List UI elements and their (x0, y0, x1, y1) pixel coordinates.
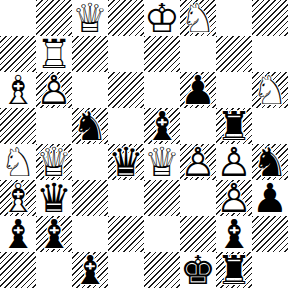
white-n-halo: ♞ (180, 0, 216, 36)
square-c7[interactable] (72, 36, 108, 72)
white-b-halo: ♝ (0, 180, 36, 216)
square-g7[interactable] (216, 36, 252, 72)
square-d2[interactable] (108, 216, 144, 252)
square-a1[interactable] (0, 252, 36, 288)
white-p-halo: ♟ (216, 180, 252, 216)
white-p-halo: ♟ (36, 72, 72, 108)
black-piece-rook-icon[interactable]: ♜ (216, 252, 252, 288)
square-d3[interactable] (108, 180, 144, 216)
black-piece-king-icon[interactable]: ♚ (180, 252, 216, 288)
square-a4[interactable]: ♞♘ (0, 144, 36, 180)
square-e7[interactable] (144, 36, 180, 72)
square-h4[interactable]: ♞♞ (252, 144, 288, 180)
white-n-halo: ♞ (0, 144, 36, 180)
white-r-halo: ♜ (36, 36, 72, 72)
black-b-halo: ♝ (144, 108, 180, 144)
square-a5[interactable] (0, 108, 36, 144)
black-piece-queen-icon[interactable]: ♛ (108, 144, 144, 180)
black-piece-pawn-icon[interactable]: ♟ (252, 180, 288, 216)
black-r-halo: ♜ (216, 252, 252, 288)
black-piece-queen-icon[interactable]: ♛ (36, 180, 72, 216)
square-c5[interactable]: ♞♞ (72, 108, 108, 144)
square-b4[interactable]: ♛♕ (36, 144, 72, 180)
black-piece-pawn-icon[interactable]: ♟ (180, 72, 216, 108)
square-d8[interactable] (108, 0, 144, 36)
square-g4[interactable]: ♟♙ (216, 144, 252, 180)
square-b7[interactable]: ♜♖ (36, 36, 72, 72)
square-b6[interactable]: ♟♙ (36, 72, 72, 108)
chess-board: ♛♕♚♔♞♘♜♖♝♗♟♙♟♟♞♘♞♞♝♝♜♜♞♘♛♕♛♛♛♕♟♙♟♙♞♞♝♗♛♛… (0, 0, 288, 288)
square-f5[interactable] (180, 108, 216, 144)
square-f1[interactable]: ♚♚ (180, 252, 216, 288)
white-piece-bishop-icon[interactable]: ♗ (0, 180, 36, 216)
white-b-halo: ♝ (0, 72, 36, 108)
white-n-halo: ♞ (252, 72, 288, 108)
white-piece-queen-icon[interactable]: ♕ (36, 144, 72, 180)
white-p-halo: ♟ (216, 144, 252, 180)
square-g8[interactable] (216, 0, 252, 36)
square-g6[interactable] (216, 72, 252, 108)
black-k-halo: ♚ (180, 252, 216, 288)
black-p-halo: ♟ (252, 180, 288, 216)
black-piece-knight-icon[interactable]: ♞ (252, 144, 288, 180)
square-f8[interactable]: ♞♘ (180, 0, 216, 36)
white-piece-queen-icon[interactable]: ♕ (144, 144, 180, 180)
white-piece-queen-icon[interactable]: ♕ (72, 0, 108, 36)
square-c4[interactable] (72, 144, 108, 180)
white-piece-knight-icon[interactable]: ♘ (180, 0, 216, 36)
black-b-halo: ♝ (0, 216, 36, 252)
black-b-halo: ♝ (36, 216, 72, 252)
square-h3[interactable]: ♟♟ (252, 180, 288, 216)
white-piece-pawn-icon[interactable]: ♙ (180, 144, 216, 180)
black-piece-rook-icon[interactable]: ♜ (216, 108, 252, 144)
square-h7[interactable] (252, 36, 288, 72)
square-e3[interactable] (144, 180, 180, 216)
white-k-halo: ♚ (144, 0, 180, 36)
white-piece-king-icon[interactable]: ♔ (144, 0, 180, 36)
white-piece-knight-icon[interactable]: ♘ (0, 144, 36, 180)
square-f2[interactable] (180, 216, 216, 252)
square-a7[interactable] (0, 36, 36, 72)
white-piece-pawn-icon[interactable]: ♙ (216, 180, 252, 216)
square-c1[interactable]: ♝♝ (72, 252, 108, 288)
square-a8[interactable] (0, 0, 36, 36)
white-q-halo: ♛ (72, 0, 108, 36)
square-h8[interactable] (252, 0, 288, 36)
square-f6[interactable]: ♟♟ (180, 72, 216, 108)
square-e2[interactable] (144, 216, 180, 252)
white-piece-pawn-icon[interactable]: ♙ (36, 72, 72, 108)
black-q-halo: ♛ (36, 180, 72, 216)
white-piece-rook-icon[interactable]: ♖ (36, 36, 72, 72)
square-g5[interactable]: ♜♜ (216, 108, 252, 144)
black-n-halo: ♞ (72, 108, 108, 144)
square-h5[interactable] (252, 108, 288, 144)
square-f7[interactable] (180, 36, 216, 72)
square-b3[interactable]: ♛♛ (36, 180, 72, 216)
square-d6[interactable] (108, 72, 144, 108)
square-g3[interactable]: ♟♙ (216, 180, 252, 216)
square-a2[interactable]: ♝♝ (0, 216, 36, 252)
square-d4[interactable]: ♛♛ (108, 144, 144, 180)
white-p-halo: ♟ (180, 144, 216, 180)
white-q-halo: ♛ (36, 144, 72, 180)
black-b-halo: ♝ (72, 252, 108, 288)
square-c3[interactable] (72, 180, 108, 216)
square-g1[interactable]: ♜♜ (216, 252, 252, 288)
square-h1[interactable] (252, 252, 288, 288)
square-e4[interactable]: ♛♕ (144, 144, 180, 180)
square-d5[interactable] (108, 108, 144, 144)
square-a6[interactable]: ♝♗ (0, 72, 36, 108)
square-b2[interactable]: ♝♝ (36, 216, 72, 252)
square-b5[interactable] (36, 108, 72, 144)
square-e6[interactable] (144, 72, 180, 108)
black-r-halo: ♜ (216, 108, 252, 144)
square-b8[interactable] (36, 0, 72, 36)
square-c2[interactable] (72, 216, 108, 252)
square-e1[interactable] (144, 252, 180, 288)
black-piece-bishop-icon[interactable]: ♝ (216, 216, 252, 252)
black-n-halo: ♞ (252, 144, 288, 180)
square-f3[interactable] (180, 180, 216, 216)
square-e5[interactable]: ♝♝ (144, 108, 180, 144)
square-d1[interactable] (108, 252, 144, 288)
square-f4[interactable]: ♟♙ (180, 144, 216, 180)
square-b1[interactable] (36, 252, 72, 288)
black-q-halo: ♛ (108, 144, 144, 180)
black-piece-knight-icon[interactable]: ♞ (72, 108, 108, 144)
white-q-halo: ♛ (144, 144, 180, 180)
white-piece-pawn-icon[interactable]: ♙ (216, 144, 252, 180)
square-e8[interactable]: ♚♔ (144, 0, 180, 36)
white-piece-bishop-icon[interactable]: ♗ (0, 72, 36, 108)
square-h2[interactable] (252, 216, 288, 252)
black-b-halo: ♝ (216, 216, 252, 252)
black-piece-bishop-icon[interactable]: ♝ (36, 216, 72, 252)
square-a3[interactable]: ♝♗ (0, 180, 36, 216)
black-piece-bishop-icon[interactable]: ♝ (0, 216, 36, 252)
black-piece-bishop-icon[interactable]: ♝ (144, 108, 180, 144)
square-g2[interactable]: ♝♝ (216, 216, 252, 252)
black-piece-bishop-icon[interactable]: ♝ (72, 252, 108, 288)
square-c8[interactable]: ♛♕ (72, 0, 108, 36)
white-piece-knight-icon[interactable]: ♘ (252, 72, 288, 108)
black-p-halo: ♟ (180, 72, 216, 108)
square-c6[interactable] (72, 72, 108, 108)
square-d7[interactable] (108, 36, 144, 72)
square-h6[interactable]: ♞♘ (252, 72, 288, 108)
